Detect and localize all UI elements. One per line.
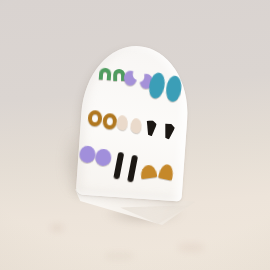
stud-earring-fan bbox=[140, 164, 158, 179]
stud-earring-fan bbox=[158, 163, 175, 181]
stud-earring-wedge bbox=[162, 123, 175, 141]
stud-earring-ring bbox=[87, 110, 102, 127]
earring-pair-teal-oval bbox=[148, 72, 182, 102]
stud-earring-circle bbox=[79, 145, 96, 163]
earring-pair-black-wedge bbox=[145, 120, 175, 140]
earring-pair-mustard-fan bbox=[140, 163, 174, 180]
backdrop-stain bbox=[178, 243, 204, 252]
backdrop-stain bbox=[104, 252, 134, 260]
earring-pair-black-bar bbox=[115, 152, 137, 182]
photo-scene bbox=[0, 0, 270, 270]
display-stand-panel bbox=[76, 43, 192, 202]
stud-earring-bar bbox=[127, 155, 138, 183]
stud-earring-wedge bbox=[145, 120, 157, 137]
earring-pair-green-arch bbox=[99, 68, 126, 82]
stud-earring-petal bbox=[116, 115, 128, 131]
backdrop-stain bbox=[50, 224, 64, 232]
earring-pair-mustard-ring bbox=[87, 110, 117, 130]
stud-earring-petal bbox=[130, 118, 142, 134]
earring-pair-cream-petal bbox=[116, 115, 142, 134]
stud-earring-bar bbox=[113, 152, 124, 180]
stud-earring-ring bbox=[102, 113, 117, 130]
stud-earring-circle bbox=[95, 148, 112, 166]
earring-pair-lilac-round bbox=[79, 145, 112, 166]
stud-earring-oval bbox=[147, 71, 167, 99]
stud-earring-arch bbox=[99, 68, 112, 81]
stud-earring-crescent bbox=[123, 70, 137, 86]
stud-earring-oval bbox=[165, 75, 183, 103]
